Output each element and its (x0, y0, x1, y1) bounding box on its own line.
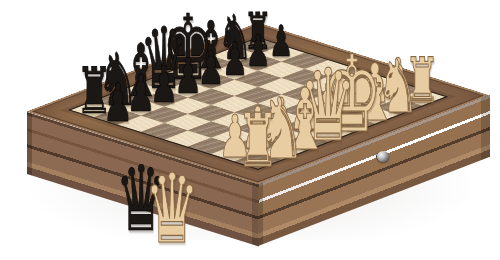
chess-set-photo: ♜♞♝♛♚♝♞♜♟♟♟♟♟♟♟♟♟♟♟♟♟♟♟♟♜♞♝♛♚♝♞♜♛♛ (0, 0, 500, 260)
drawer-knob[interactable] (377, 151, 389, 162)
